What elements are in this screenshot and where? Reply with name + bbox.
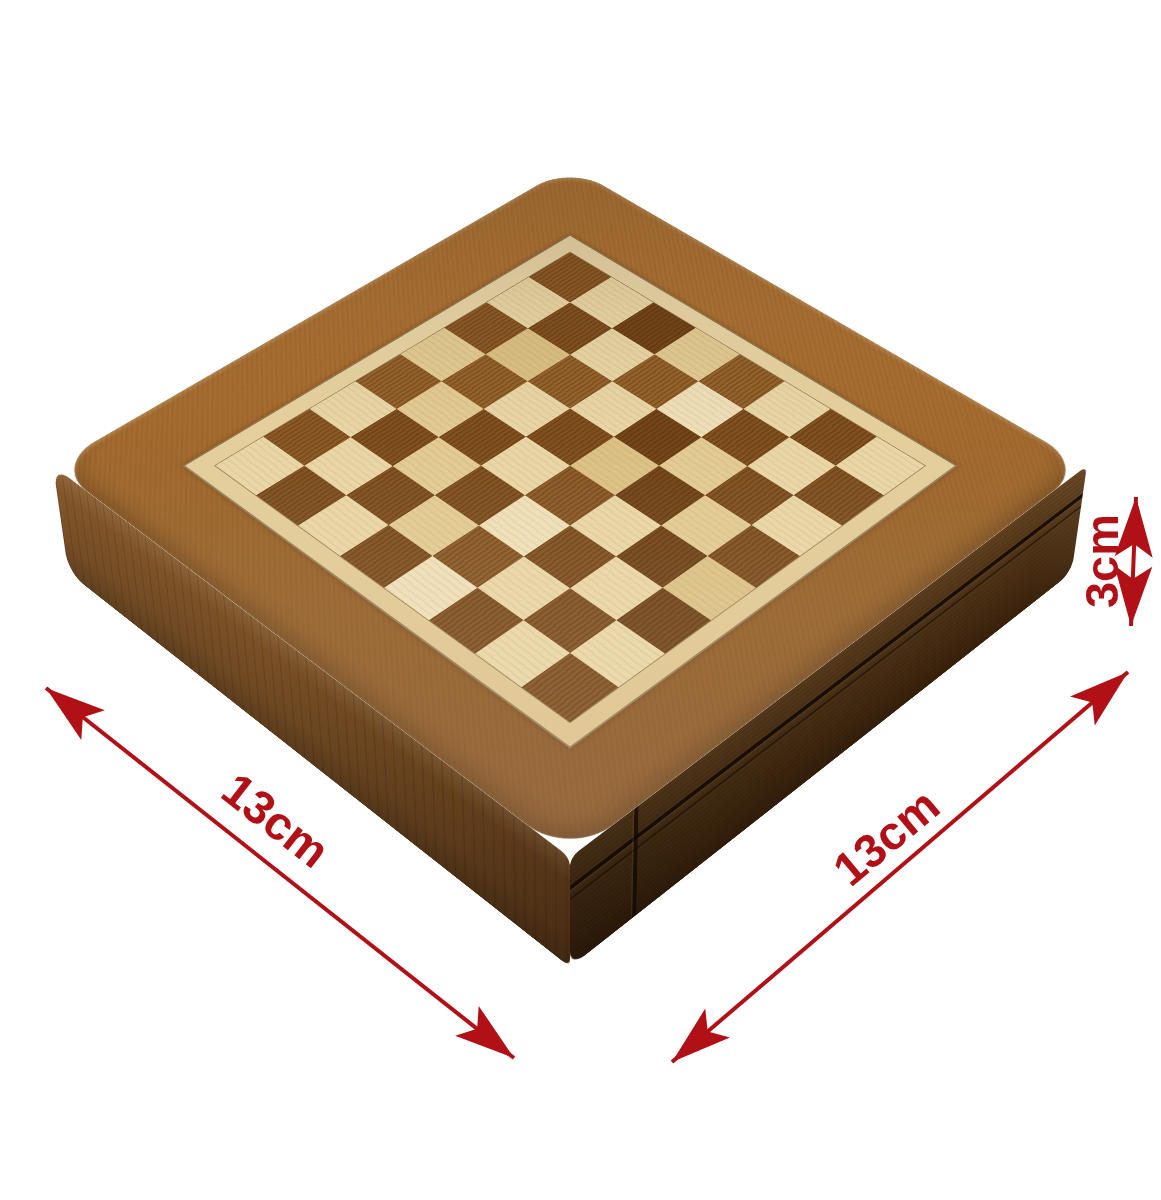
height-dimension-label: 3cm — [1078, 514, 1125, 608]
product-photo-canvas: 13cm 13cm 3cm — [0, 0, 1161, 1200]
chess-board-grid — [214, 252, 926, 724]
chess-box-scene — [0, 0, 1161, 1200]
board-top-face — [53, 166, 1087, 857]
